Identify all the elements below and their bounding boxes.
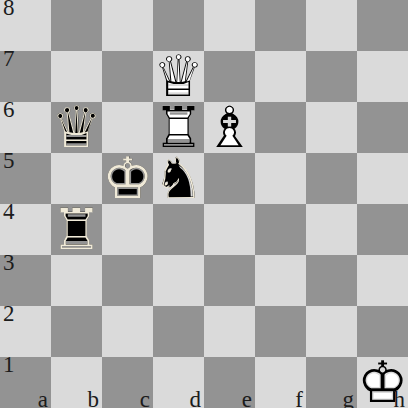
- white-queen-icon[interactable]: ♛♕: [153, 51, 204, 102]
- square-f2[interactable]: [255, 306, 306, 357]
- square-h2[interactable]: [357, 306, 408, 357]
- square-c8[interactable]: [102, 0, 153, 51]
- square-c6[interactable]: [102, 102, 153, 153]
- square-a1[interactable]: [0, 357, 51, 408]
- piece-outline-glyph: ♔: [357, 357, 408, 408]
- piece-fill-glyph: ♝: [204, 102, 255, 153]
- square-b8[interactable]: [51, 0, 102, 51]
- square-b2[interactable]: [51, 306, 102, 357]
- square-a3[interactable]: [0, 255, 51, 306]
- square-d5[interactable]: ♞♘: [153, 153, 204, 204]
- black-rook-icon[interactable]: ♜♖: [51, 204, 102, 255]
- piece-fill-glyph: ♜: [51, 204, 102, 255]
- square-f1[interactable]: [255, 357, 306, 408]
- piece-outline-glyph: ♕: [51, 102, 102, 153]
- piece-outline-glyph: ♖: [153, 102, 204, 153]
- square-b7[interactable]: [51, 51, 102, 102]
- piece-fill-glyph: ♚: [357, 357, 408, 408]
- square-e1[interactable]: [204, 357, 255, 408]
- square-f7[interactable]: [255, 51, 306, 102]
- square-g2[interactable]: [306, 306, 357, 357]
- square-e4[interactable]: [204, 204, 255, 255]
- square-d4[interactable]: [153, 204, 204, 255]
- square-f8[interactable]: [255, 0, 306, 51]
- square-h6[interactable]: [357, 102, 408, 153]
- square-h7[interactable]: [357, 51, 408, 102]
- white-king-icon[interactable]: ♚♔: [357, 357, 408, 408]
- white-bishop-icon[interactable]: ♝♗: [204, 102, 255, 153]
- square-h4[interactable]: [357, 204, 408, 255]
- square-g6[interactable]: [306, 102, 357, 153]
- piece-fill-glyph: ♜: [153, 102, 204, 153]
- square-e6[interactable]: ♝♗: [204, 102, 255, 153]
- square-d2[interactable]: [153, 306, 204, 357]
- square-g5[interactable]: [306, 153, 357, 204]
- square-h5[interactable]: [357, 153, 408, 204]
- square-f3[interactable]: [255, 255, 306, 306]
- square-a8[interactable]: [0, 0, 51, 51]
- chess-board: ♛♕♛♕♜♖♝♗♚♔♞♘♜♖♚♔87654321abcdefgh: [0, 0, 408, 408]
- piece-outline-glyph: ♗: [204, 102, 255, 153]
- square-a4[interactable]: [0, 204, 51, 255]
- square-b4[interactable]: ♜♖: [51, 204, 102, 255]
- square-b5[interactable]: [51, 153, 102, 204]
- white-rook-icon[interactable]: ♜♖: [153, 102, 204, 153]
- square-d7[interactable]: ♛♕: [153, 51, 204, 102]
- square-g8[interactable]: [306, 0, 357, 51]
- square-g1[interactable]: [306, 357, 357, 408]
- square-d6[interactable]: ♜♖: [153, 102, 204, 153]
- square-c1[interactable]: [102, 357, 153, 408]
- square-a6[interactable]: [0, 102, 51, 153]
- square-f5[interactable]: [255, 153, 306, 204]
- square-h8[interactable]: [357, 0, 408, 51]
- square-c2[interactable]: [102, 306, 153, 357]
- square-c4[interactable]: [102, 204, 153, 255]
- square-f4[interactable]: [255, 204, 306, 255]
- square-b3[interactable]: [51, 255, 102, 306]
- square-h1[interactable]: ♚♔: [357, 357, 408, 408]
- square-e7[interactable]: [204, 51, 255, 102]
- black-king-icon[interactable]: ♚♔: [102, 153, 153, 204]
- square-c5[interactable]: ♚♔: [102, 153, 153, 204]
- square-e2[interactable]: [204, 306, 255, 357]
- square-d3[interactable]: [153, 255, 204, 306]
- piece-outline-glyph: ♘: [153, 153, 204, 204]
- square-a7[interactable]: [0, 51, 51, 102]
- black-knight-icon[interactable]: ♞♘: [153, 153, 204, 204]
- square-f6[interactable]: [255, 102, 306, 153]
- square-d1[interactable]: [153, 357, 204, 408]
- piece-outline-glyph: ♕: [153, 51, 204, 102]
- square-g3[interactable]: [306, 255, 357, 306]
- square-b6[interactable]: ♛♕: [51, 102, 102, 153]
- square-e3[interactable]: [204, 255, 255, 306]
- piece-outline-glyph: ♖: [51, 204, 102, 255]
- square-b1[interactable]: [51, 357, 102, 408]
- square-g7[interactable]: [306, 51, 357, 102]
- square-e8[interactable]: [204, 0, 255, 51]
- square-e5[interactable]: [204, 153, 255, 204]
- piece-fill-glyph: ♛: [153, 51, 204, 102]
- piece-outline-glyph: ♔: [102, 153, 153, 204]
- piece-fill-glyph: ♛: [51, 102, 102, 153]
- square-d8[interactable]: [153, 0, 204, 51]
- square-h3[interactable]: [357, 255, 408, 306]
- piece-fill-glyph: ♚: [102, 153, 153, 204]
- black-queen-icon[interactable]: ♛♕: [51, 102, 102, 153]
- square-a5[interactable]: [0, 153, 51, 204]
- square-c3[interactable]: [102, 255, 153, 306]
- square-a2[interactable]: [0, 306, 51, 357]
- piece-fill-glyph: ♞: [153, 153, 204, 204]
- square-g4[interactable]: [306, 204, 357, 255]
- square-c7[interactable]: [102, 51, 153, 102]
